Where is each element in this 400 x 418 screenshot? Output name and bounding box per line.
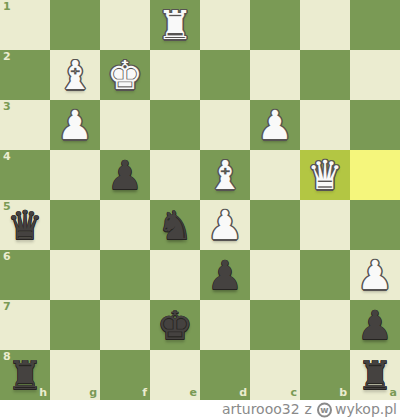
square-b5[interactable] bbox=[300, 200, 350, 250]
square-d7[interactable] bbox=[200, 300, 250, 350]
file-label-c: c bbox=[290, 387, 297, 399]
square-c8[interactable]: c bbox=[250, 350, 300, 400]
square-b8[interactable]: b bbox=[300, 350, 350, 400]
square-h7[interactable]: 7 bbox=[0, 300, 50, 350]
square-b1[interactable] bbox=[300, 0, 350, 50]
piece-white-queen[interactable]: ♛ bbox=[307, 150, 343, 200]
square-d8[interactable]: d bbox=[200, 350, 250, 400]
piece-white-pawn[interactable]: ♟ bbox=[257, 100, 293, 150]
square-a8[interactable]: a♜ bbox=[350, 350, 400, 400]
watermark-bar: arturooo32 z w wykop.pl bbox=[0, 400, 400, 418]
square-e2[interactable] bbox=[150, 50, 200, 100]
rank-label-3: 3 bbox=[3, 101, 11, 113]
square-b7[interactable] bbox=[300, 300, 350, 350]
square-a3[interactable] bbox=[350, 100, 400, 150]
square-e6[interactable] bbox=[150, 250, 200, 300]
square-a5[interactable] bbox=[350, 200, 400, 250]
piece-black-rook[interactable]: ♜ bbox=[357, 350, 393, 400]
piece-black-pawn[interactable]: ♟ bbox=[207, 250, 243, 300]
square-h3[interactable]: 3 bbox=[0, 100, 50, 150]
square-a4[interactable] bbox=[350, 150, 400, 200]
watermark-separator: z bbox=[305, 400, 312, 418]
square-d6[interactable]: ♟ bbox=[200, 250, 250, 300]
rank-label-8: 8 bbox=[3, 351, 11, 363]
piece-black-queen[interactable]: ♛ bbox=[7, 200, 43, 250]
piece-white-bishop[interactable]: ♝ bbox=[207, 150, 243, 200]
square-e4[interactable] bbox=[150, 150, 200, 200]
square-a2[interactable] bbox=[350, 50, 400, 100]
square-c7[interactable] bbox=[250, 300, 300, 350]
square-c1[interactable] bbox=[250, 0, 300, 50]
rank-label-2: 2 bbox=[3, 51, 11, 63]
watermark-username: arturooo32 bbox=[222, 400, 300, 418]
square-e3[interactable] bbox=[150, 100, 200, 150]
file-label-e: e bbox=[190, 387, 197, 399]
piece-white-pawn[interactable]: ♟ bbox=[57, 100, 93, 150]
square-h2[interactable]: 2 bbox=[0, 50, 50, 100]
square-g2[interactable]: ♝ bbox=[50, 50, 100, 100]
square-g4[interactable] bbox=[50, 150, 100, 200]
square-h8[interactable]: 8h♜ bbox=[0, 350, 50, 400]
square-h4[interactable]: 4 bbox=[0, 150, 50, 200]
square-e8[interactable]: e bbox=[150, 350, 200, 400]
piece-black-pawn[interactable]: ♟ bbox=[357, 300, 393, 350]
piece-white-rook[interactable]: ♜ bbox=[157, 0, 193, 50]
square-f1[interactable] bbox=[100, 0, 150, 50]
piece-white-king[interactable]: ♚ bbox=[107, 50, 143, 100]
square-f8[interactable]: f bbox=[100, 350, 150, 400]
square-g7[interactable] bbox=[50, 300, 100, 350]
file-label-f: f bbox=[142, 387, 147, 399]
square-a1[interactable] bbox=[350, 0, 400, 50]
square-f4[interactable]: ♟ bbox=[100, 150, 150, 200]
watermark-site: wykop.pl bbox=[335, 400, 397, 418]
square-c3[interactable]: ♟ bbox=[250, 100, 300, 150]
square-b4[interactable]: ♛ bbox=[300, 150, 350, 200]
piece-white-pawn[interactable]: ♟ bbox=[357, 250, 393, 300]
rank-label-6: 6 bbox=[3, 251, 11, 263]
file-label-b: b bbox=[339, 387, 347, 399]
square-c6[interactable] bbox=[250, 250, 300, 300]
file-label-h: h bbox=[39, 387, 47, 399]
square-g1[interactable] bbox=[50, 0, 100, 50]
square-c5[interactable] bbox=[250, 200, 300, 250]
square-d2[interactable] bbox=[200, 50, 250, 100]
square-f7[interactable] bbox=[100, 300, 150, 350]
square-d1[interactable] bbox=[200, 0, 250, 50]
square-c4[interactable] bbox=[250, 150, 300, 200]
square-d5[interactable]: ♟ bbox=[200, 200, 250, 250]
rank-label-5: 5 bbox=[3, 201, 11, 213]
square-f6[interactable] bbox=[100, 250, 150, 300]
square-g6[interactable] bbox=[50, 250, 100, 300]
rank-label-4: 4 bbox=[3, 151, 11, 163]
square-d4[interactable]: ♝ bbox=[200, 150, 250, 200]
piece-black-pawn[interactable]: ♟ bbox=[107, 150, 143, 200]
chess-board: 1♜2♝♚3♟♟4♟♝♛5♛♞♟6♟♟7♚♟8h♜gfedcba♜ bbox=[0, 0, 400, 400]
piece-white-pawn[interactable]: ♟ bbox=[207, 200, 243, 250]
square-f2[interactable]: ♚ bbox=[100, 50, 150, 100]
piece-white-bishop[interactable]: ♝ bbox=[57, 50, 93, 100]
square-g5[interactable] bbox=[50, 200, 100, 250]
square-g8[interactable]: g bbox=[50, 350, 100, 400]
file-label-g: g bbox=[89, 387, 97, 399]
square-g3[interactable]: ♟ bbox=[50, 100, 100, 150]
piece-black-rook[interactable]: ♜ bbox=[7, 350, 43, 400]
square-e7[interactable]: ♚ bbox=[150, 300, 200, 350]
square-a7[interactable]: ♟ bbox=[350, 300, 400, 350]
square-b3[interactable] bbox=[300, 100, 350, 150]
wykop-logo-icon: w bbox=[317, 402, 332, 417]
piece-black-knight[interactable]: ♞ bbox=[157, 200, 193, 250]
rank-label-7: 7 bbox=[3, 301, 11, 313]
square-b6[interactable] bbox=[300, 250, 350, 300]
piece-black-king[interactable]: ♚ bbox=[157, 300, 193, 350]
square-f5[interactable] bbox=[100, 200, 150, 250]
square-h5[interactable]: 5♛ bbox=[0, 200, 50, 250]
rank-label-1: 1 bbox=[3, 1, 11, 13]
square-c2[interactable] bbox=[250, 50, 300, 100]
square-b2[interactable] bbox=[300, 50, 350, 100]
square-d3[interactable] bbox=[200, 100, 250, 150]
square-e5[interactable]: ♞ bbox=[150, 200, 200, 250]
file-label-a: a bbox=[390, 387, 397, 399]
square-h6[interactable]: 6 bbox=[0, 250, 50, 300]
square-e1[interactable]: ♜ bbox=[150, 0, 200, 50]
square-h1[interactable]: 1 bbox=[0, 0, 50, 50]
file-label-d: d bbox=[239, 387, 247, 399]
square-a6[interactable]: ♟ bbox=[350, 250, 400, 300]
square-f3[interactable] bbox=[100, 100, 150, 150]
